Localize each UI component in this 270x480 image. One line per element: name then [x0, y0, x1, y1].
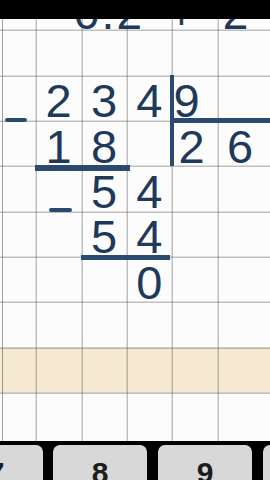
- key-8[interactable]: 8: [53, 445, 147, 480]
- grid-left-line: [2, 19, 3, 441]
- app-screen: 0.2 + 2 2349182654540 789: [0, 0, 270, 480]
- key-9[interactable]: 9: [158, 445, 252, 480]
- key-partial[interactable]: [263, 445, 270, 480]
- grid-lines: [0, 19, 270, 441]
- numeric-keyboard: 789: [0, 441, 270, 480]
- top-bar: [0, 0, 270, 19]
- squared-paper[interactable]: [0, 19, 270, 441]
- key-7[interactable]: 7: [0, 445, 43, 480]
